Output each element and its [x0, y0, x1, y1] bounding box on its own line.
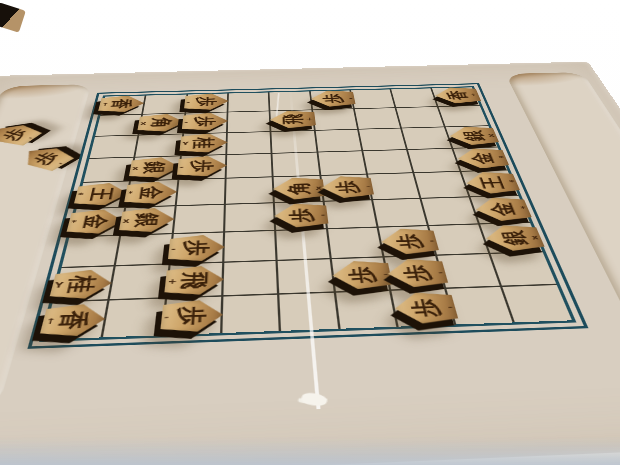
piece-kanji: 銀	[123, 205, 171, 236]
piece-move-mark: -	[184, 120, 188, 125]
piece-move-mark: Y	[182, 141, 189, 146]
piece-kanji: 歩	[188, 91, 225, 112]
piece-left-silver[interactable]: 銀x	[119, 207, 176, 233]
piece-right-silver[interactable]: 銀x	[447, 126, 500, 145]
piece-move-mark: x	[122, 217, 130, 223]
piece-move-mark: x	[132, 165, 139, 170]
piece-right-pawn[interactable]: 歩-	[385, 258, 449, 288]
table-shadow	[0, 437, 620, 465]
piece-kanji: 歩	[336, 257, 388, 293]
piece-right-pawn[interactable]: 歩-	[274, 203, 329, 228]
piece-kanji: 桂	[184, 131, 224, 155]
piece-kanji: 金	[128, 179, 173, 207]
piece-move-mark: ↑	[45, 317, 57, 326]
piece-move-mark: -	[171, 245, 176, 252]
piece-right-lance[interactable]: 香↑	[433, 87, 482, 104]
shogi-board[interactable]: 香↑歩-歩-香↑角x歩-飛+桂Y銀x銀x歩-金*王*金*角x歩-王*金*銀x歩-…	[39, 86, 576, 342]
piece-right-bishop[interactable]: 角x	[273, 177, 326, 200]
piece-move-mark: +	[167, 277, 177, 285]
piece-left-lance[interactable]: 香↑	[98, 95, 146, 112]
piece-right-rook[interactable]: 飛+	[270, 110, 317, 128]
piece-right-gold[interactable]: 金*	[472, 197, 533, 222]
piece-kanji: 角	[277, 175, 320, 203]
piece-kanji: 歩	[314, 88, 352, 109]
piece-right-pawn[interactable]: 歩-	[310, 90, 356, 107]
piece-kanji: 金	[70, 206, 120, 237]
piece-kanji: 角	[141, 112, 181, 135]
piece-left-knight[interactable]: 桂Y	[179, 133, 227, 153]
piece-move-mark: -	[179, 164, 183, 169]
piece-right-pawn[interactable]: 歩-	[331, 260, 393, 290]
piece-move-mark: -	[349, 96, 353, 100]
piece-left-pawn[interactable]: 歩-	[184, 93, 229, 110]
piece-right-king[interactable]: 王*	[463, 171, 521, 194]
piece-left-lance[interactable]: 香↑	[39, 303, 108, 337]
loose-piece-fragment	[0, 2, 26, 33]
piece-left-pawn[interactable]: 歩-	[160, 299, 223, 332]
fold-hinge-crack	[300, 392, 329, 407]
piece-move-mark: x	[140, 121, 146, 126]
piece-right-pawn[interactable]: 歩-	[392, 292, 459, 325]
piece-left-knight[interactable]: 桂Y	[49, 269, 114, 300]
piece-move-mark: -	[164, 313, 170, 321]
piece-left-gold[interactable]: 金*	[124, 181, 179, 205]
piece-kanji: 歩	[384, 225, 436, 258]
piece-move-mark: ↑	[469, 93, 478, 97]
piece-kanji: 歩	[279, 200, 324, 231]
shogi-photo-scene: 歩-歩-歩- 香↑歩-歩-香↑角x歩-飛+桂Y銀x銀x歩-金*王*金*角x歩-王…	[0, 0, 620, 465]
piece-move-mark: -	[186, 100, 190, 104]
piece-kanji: 銀	[133, 155, 176, 181]
piece-kanji: 王	[78, 180, 126, 209]
piece-kanji: 歩	[181, 153, 222, 179]
piece-move-mark: ↑	[101, 102, 109, 106]
piece-right-silver[interactable]: 銀x	[482, 224, 546, 251]
piece-kanji: 歩	[325, 173, 370, 201]
piece-move-mark: -	[321, 211, 326, 217]
piece-left-rook[interactable]: 飛+	[164, 265, 224, 295]
piece-kanji: 歩	[186, 111, 224, 133]
piece-left-pawn[interactable]: 歩-	[182, 112, 229, 131]
piece-right-gold[interactable]: 金*	[454, 148, 510, 169]
piece-left-pawn[interactable]: 歩-	[177, 156, 227, 178]
piece-move-mark: +	[306, 116, 314, 121]
piece-kanji: 歩	[390, 255, 444, 291]
piece-left-pawn[interactable]: 歩-	[168, 234, 225, 262]
piece-kanji: 歩	[166, 296, 218, 337]
left-tray-captured-pieces: 歩-歩-歩-	[0, 73, 99, 75]
piece-right-pawn[interactable]: 歩-	[321, 175, 375, 198]
piece-move-mark: *	[127, 190, 133, 196]
pieces-layer: 香↑歩-歩-香↑角x歩-飛+桂Y銀x銀x歩-金*王*金*角x歩-王*金*銀x歩-…	[39, 86, 576, 342]
piece-kanji: 歩	[173, 232, 220, 266]
piece-move-mark: -	[366, 183, 371, 189]
piece-right-pawn[interactable]: 歩-	[379, 228, 440, 255]
folding-shogi-panel: 歩-歩-歩- 香↑歩-歩-香↑角x歩-飛+桂Y銀x銀x歩-金*王*金*角x歩-王…	[0, 62, 620, 465]
piece-kanji: 歩	[397, 288, 455, 328]
